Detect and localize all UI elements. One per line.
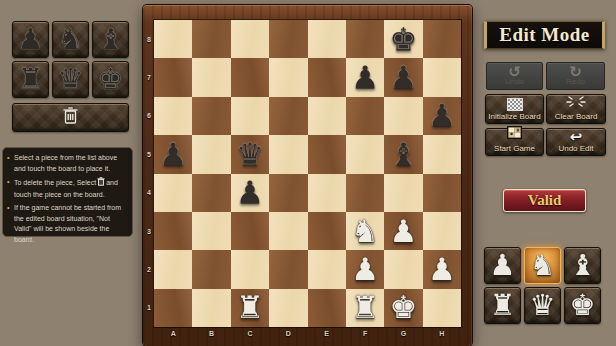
white-piece-palette: ♟♞♝♜♛♚	[484, 247, 601, 324]
rank-label-2: 2	[144, 250, 154, 288]
clear-board-button[interactable]: Clear Board	[546, 94, 606, 124]
file-label-c: C	[231, 327, 269, 340]
piece-black-pawn-f7[interactable]: ♟	[346, 58, 384, 96]
rank-label-6: 6	[144, 97, 154, 135]
instruction-item: •Select a piece from the list above and …	[7, 153, 128, 174]
piece-black-bishop-g5[interactable]: ♝	[384, 135, 422, 173]
black-rook-palette-button[interactable]: ♜	[12, 61, 49, 98]
chess-edit-mode-screen: ♟♞♝♜♛♚ •Select a piece from the list abo…	[0, 0, 616, 346]
delete-piece-button[interactable]	[12, 103, 129, 132]
black-knight-palette-button[interactable]: ♞	[52, 21, 89, 58]
piece-black-pawn-h6[interactable]: ♟	[423, 97, 461, 135]
undo-edit-button[interactable]: ↩ Undo Edit	[546, 128, 606, 156]
piece-white-rook-f1[interactable]: ♜	[346, 289, 384, 327]
white-queen-icon: ♛	[530, 291, 556, 320]
clear-burst-icon	[565, 93, 587, 111]
white-rook-palette-button[interactable]: ♜	[484, 287, 521, 324]
edit-mode-title: Edit Mode	[484, 21, 605, 49]
trash-icon	[62, 106, 79, 129]
instructions-panel: •Select a piece from the list above and …	[2, 147, 133, 237]
piece-black-pawn-c4[interactable]: ♟	[231, 174, 269, 212]
black-knight-icon: ♞	[58, 25, 84, 54]
white-bishop-palette-button[interactable]: ♝	[564, 247, 601, 284]
return-arrow-icon: ↩	[570, 131, 583, 144]
file-label-d: D	[269, 327, 307, 340]
start-game-button[interactable]: Start Game	[485, 128, 544, 156]
rank-label-8: 8	[144, 20, 154, 58]
start-game-label: Start Game	[494, 144, 535, 153]
white-pawn-palette-button[interactable]: ♟	[484, 247, 521, 284]
checkerboard-icon	[507, 98, 523, 111]
white-pawn-icon: ♟	[490, 251, 516, 280]
piece-white-pawn-f2[interactable]: ♟	[346, 250, 384, 288]
file-labels: ABCDEFGH	[154, 327, 461, 340]
white-bishop-icon: ♝	[570, 251, 596, 280]
piece-black-queen-c5[interactable]: ♛	[231, 135, 269, 173]
file-label-a: A	[154, 327, 192, 340]
black-rook-icon: ♜	[18, 65, 44, 94]
mini-board-icon	[507, 125, 522, 143]
piece-black-king-g8[interactable]: ♚	[384, 20, 422, 58]
file-label-f: F	[346, 327, 384, 340]
undo-label: Undo	[505, 77, 524, 86]
rank-label-5: 5	[144, 135, 154, 173]
rank-label-1: 1	[144, 289, 154, 327]
black-pawn-palette-button[interactable]: ♟	[12, 21, 49, 58]
trash-icon	[97, 177, 105, 190]
white-knight-palette-button[interactable]: ♞	[524, 247, 561, 284]
rank-label-3: 3	[144, 212, 154, 250]
black-piece-palette: ♟♞♝♜♛♚	[12, 21, 129, 98]
chess-board-frame: 87654321 ABCDEFGH ♚♟♟♟♟♛♝♟♞♟♟♟♜♜♚	[143, 5, 472, 346]
clear-board-label: Clear Board	[555, 112, 598, 121]
undo-button[interactable]: ↺ Undo	[486, 62, 543, 90]
instruction-item: •If the game cannot be started from the …	[7, 203, 128, 245]
black-king-icon: ♚	[98, 65, 124, 94]
piece-white-rook-c1[interactable]: ♜	[231, 289, 269, 327]
file-label-h: H	[423, 327, 461, 340]
white-king-palette-button[interactable]: ♚	[564, 287, 601, 324]
instruction-text: If the game cannot be started from the e…	[14, 204, 121, 243]
black-bishop-palette-button[interactable]: ♝	[92, 21, 129, 58]
piece-white-pawn-g3[interactable]: ♟	[384, 212, 422, 250]
piece-white-pawn-h2[interactable]: ♟	[423, 250, 461, 288]
rank-label-4: 4	[144, 174, 154, 212]
rank-labels: 87654321	[144, 20, 154, 327]
piece-black-pawn-a5[interactable]: ♟	[154, 135, 192, 173]
white-knight-icon: ♞	[530, 251, 556, 280]
white-queen-palette-button[interactable]: ♛	[524, 287, 561, 324]
rank-label-7: 7	[144, 58, 154, 96]
redo-button[interactable]: ↻ Redo	[546, 62, 605, 90]
white-rook-icon: ♜	[490, 291, 516, 320]
file-label-g: G	[384, 327, 422, 340]
black-bishop-icon: ♝	[98, 25, 124, 54]
piece-white-king-g1[interactable]: ♚	[384, 289, 422, 327]
instruction-item: •To delete the piece, Selectand touch th…	[7, 177, 128, 200]
initialize-board-label: Initialize Board	[488, 112, 540, 121]
initialize-board-button[interactable]: Initialize Board	[485, 94, 544, 124]
file-label-b: B	[192, 327, 230, 340]
piece-white-knight-f3[interactable]: ♞	[346, 212, 384, 250]
redo-label: Redo	[566, 77, 585, 86]
instruction-text: Select a piece from the list above and t…	[14, 154, 117, 172]
validity-status-badge: Valid	[503, 189, 586, 212]
black-queen-palette-button[interactable]: ♛	[52, 61, 89, 98]
piece-black-pawn-g7[interactable]: ♟	[384, 58, 422, 96]
black-pawn-icon: ♟	[18, 25, 44, 54]
board-pieces-layer: ♚♟♟♟♟♛♝♟♞♟♟♟♜♜♚	[154, 20, 461, 327]
instruction-text: To delete the piece, Select	[14, 179, 96, 186]
black-king-palette-button[interactable]: ♚	[92, 61, 129, 98]
undo-edit-label: Undo Edit	[558, 144, 593, 153]
black-queen-icon: ♛	[58, 65, 84, 94]
white-king-icon: ♚	[570, 291, 596, 320]
file-label-e: E	[308, 327, 346, 340]
